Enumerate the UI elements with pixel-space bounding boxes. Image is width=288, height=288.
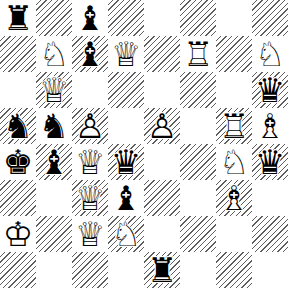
piece-glyph: ♙ xyxy=(144,108,180,144)
piece-glyph: ♝ xyxy=(72,0,108,36)
square-g1[interactable] xyxy=(216,252,252,288)
square-a2[interactable]: ♚♔ xyxy=(0,216,36,252)
square-c2[interactable]: ♛♕ xyxy=(72,216,108,252)
black-knight[interactable]: ♞♞ xyxy=(0,108,36,144)
piece-glyph: ♘ xyxy=(216,144,252,180)
square-d3[interactable]: ♝♝ xyxy=(108,180,144,216)
square-d5[interactable] xyxy=(108,108,144,144)
square-a6[interactable] xyxy=(0,72,36,108)
black-bishop[interactable]: ♝♝ xyxy=(108,180,144,216)
square-a5[interactable]: ♞♞ xyxy=(0,108,36,144)
square-c5[interactable]: ♟♙ xyxy=(72,108,108,144)
piece-glyph: ♖ xyxy=(180,36,216,72)
white-rook[interactable]: ♜♖ xyxy=(216,108,252,144)
square-a1[interactable] xyxy=(0,252,36,288)
square-d6[interactable] xyxy=(108,72,144,108)
piece-glyph: ♛ xyxy=(252,144,288,180)
piece-glyph: ♕ xyxy=(72,144,108,180)
square-g8[interactable] xyxy=(216,0,252,36)
white-knight[interactable]: ♞♘ xyxy=(216,144,252,180)
square-h2[interactable] xyxy=(252,216,288,252)
square-e6[interactable] xyxy=(144,72,180,108)
white-queen[interactable]: ♛♕ xyxy=(36,72,72,108)
square-g4[interactable]: ♞♘ xyxy=(216,144,252,180)
piece-glyph: ♖ xyxy=(216,108,252,144)
piece-glyph: ♙ xyxy=(72,108,108,144)
square-f7[interactable]: ♜♖ xyxy=(180,36,216,72)
square-b7[interactable]: ♞♘ xyxy=(36,36,72,72)
black-rook[interactable]: ♜♜ xyxy=(144,252,180,288)
square-c3[interactable]: ♛♕ xyxy=(72,180,108,216)
square-b4[interactable]: ♝♝ xyxy=(36,144,72,180)
square-c4[interactable]: ♛♕ xyxy=(72,144,108,180)
square-d7[interactable]: ♛♕ xyxy=(108,36,144,72)
square-e8[interactable] xyxy=(144,0,180,36)
square-b8[interactable] xyxy=(36,0,72,36)
piece-glyph: ♕ xyxy=(108,36,144,72)
piece-glyph: ♝ xyxy=(108,180,144,216)
square-a3[interactable] xyxy=(0,180,36,216)
square-c8[interactable]: ♝♝ xyxy=(72,0,108,36)
black-bishop[interactable]: ♝♝ xyxy=(72,0,108,36)
piece-glyph: ♗ xyxy=(216,180,252,216)
square-e4[interactable] xyxy=(144,144,180,180)
piece-glyph: ♞ xyxy=(0,108,36,144)
square-f5[interactable] xyxy=(180,108,216,144)
square-g5[interactable]: ♜♖ xyxy=(216,108,252,144)
piece-glyph: ♝ xyxy=(72,36,108,72)
square-e5[interactable]: ♟♙ xyxy=(144,108,180,144)
square-h5[interactable]: ♝♗ xyxy=(252,108,288,144)
piece-glyph: ♛ xyxy=(252,72,288,108)
square-b5[interactable]: ♞♞ xyxy=(36,108,72,144)
square-b6[interactable]: ♛♕ xyxy=(36,72,72,108)
white-king[interactable]: ♚♔ xyxy=(0,216,36,252)
white-rook[interactable]: ♜♖ xyxy=(180,36,216,72)
piece-glyph: ♘ xyxy=(36,36,72,72)
square-f1[interactable] xyxy=(180,252,216,288)
white-queen[interactable]: ♛♕ xyxy=(72,216,108,252)
white-bishop[interactable]: ♝♗ xyxy=(252,108,288,144)
black-queen[interactable]: ♛♛ xyxy=(108,144,144,180)
square-h3[interactable] xyxy=(252,180,288,216)
square-f2[interactable] xyxy=(180,216,216,252)
black-bishop[interactable]: ♝♝ xyxy=(72,36,108,72)
square-h4[interactable]: ♛♛ xyxy=(252,144,288,180)
piece-glyph: ♝ xyxy=(36,144,72,180)
black-rook[interactable]: ♜♜ xyxy=(0,0,36,36)
black-bishop[interactable]: ♝♝ xyxy=(36,144,72,180)
white-bishop[interactable]: ♝♗ xyxy=(216,180,252,216)
piece-glyph: ♘ xyxy=(108,216,144,252)
white-queen[interactable]: ♛♕ xyxy=(72,144,108,180)
square-g6[interactable] xyxy=(216,72,252,108)
piece-glyph: ♕ xyxy=(36,72,72,108)
square-f4[interactable] xyxy=(180,144,216,180)
piece-glyph: ♞ xyxy=(36,108,72,144)
black-queen[interactable]: ♛♛ xyxy=(252,72,288,108)
piece-glyph: ♛ xyxy=(108,144,144,180)
square-e1[interactable]: ♜♜ xyxy=(144,252,180,288)
square-d1[interactable] xyxy=(108,252,144,288)
white-queen[interactable]: ♛♕ xyxy=(108,36,144,72)
piece-glyph: ♗ xyxy=(252,108,288,144)
square-h1[interactable] xyxy=(252,252,288,288)
piece-glyph: ♕ xyxy=(72,216,108,252)
chess-board: ♜♜♝♝♞♘♝♝♛♕♜♖♞♘♛♕♛♛♞♞♞♞♟♙♟♙♜♖♝♗♚♚♝♝♛♕♛♛♞♘… xyxy=(0,0,288,288)
square-h6[interactable]: ♛♛ xyxy=(252,72,288,108)
square-h8[interactable] xyxy=(252,0,288,36)
square-e7[interactable] xyxy=(144,36,180,72)
square-f8[interactable] xyxy=(180,0,216,36)
piece-glyph: ♘ xyxy=(252,36,288,72)
white-pawn[interactable]: ♟♙ xyxy=(72,108,108,144)
square-h7[interactable]: ♞♘ xyxy=(252,36,288,72)
white-knight[interactable]: ♞♘ xyxy=(252,36,288,72)
square-e2[interactable] xyxy=(144,216,180,252)
square-c7[interactable]: ♝♝ xyxy=(72,36,108,72)
square-f3[interactable] xyxy=(180,180,216,216)
white-knight[interactable]: ♞♘ xyxy=(36,36,72,72)
black-queen[interactable]: ♛♛ xyxy=(252,144,288,180)
square-f6[interactable] xyxy=(180,72,216,108)
white-queen[interactable]: ♛♕ xyxy=(72,180,108,216)
square-g2[interactable] xyxy=(216,216,252,252)
piece-glyph: ♚ xyxy=(0,144,36,180)
square-a8[interactable]: ♜♜ xyxy=(0,0,36,36)
square-g3[interactable]: ♝♗ xyxy=(216,180,252,216)
square-a4[interactable]: ♚♚ xyxy=(0,144,36,180)
piece-glyph: ♜ xyxy=(144,252,180,288)
piece-glyph: ♜ xyxy=(0,0,36,36)
square-c6[interactable] xyxy=(72,72,108,108)
square-d2[interactable]: ♞♘ xyxy=(108,216,144,252)
square-d4[interactable]: ♛♛ xyxy=(108,144,144,180)
black-knight[interactable]: ♞♞ xyxy=(36,108,72,144)
square-c1[interactable] xyxy=(72,252,108,288)
white-knight[interactable]: ♞♘ xyxy=(108,216,144,252)
square-b3[interactable] xyxy=(36,180,72,216)
square-g7[interactable] xyxy=(216,36,252,72)
white-pawn[interactable]: ♟♙ xyxy=(144,108,180,144)
square-d8[interactable] xyxy=(108,0,144,36)
black-king[interactable]: ♚♚ xyxy=(0,144,36,180)
piece-glyph: ♕ xyxy=(72,180,108,216)
square-b2[interactable] xyxy=(36,216,72,252)
piece-glyph: ♔ xyxy=(0,216,36,252)
square-e3[interactable] xyxy=(144,180,180,216)
square-a7[interactable] xyxy=(0,36,36,72)
square-b1[interactable] xyxy=(36,252,72,288)
